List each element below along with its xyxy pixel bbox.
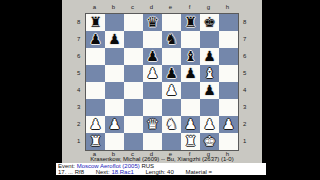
square-g8[interactable]: ♚: [200, 14, 219, 31]
black-pawn-piece[interactable]: ♟: [143, 48, 162, 65]
square-h6[interactable]: [219, 48, 238, 65]
square-h2[interactable]: ♟: [219, 116, 238, 133]
next-label: Next:: [96, 169, 110, 175]
square-c7[interactable]: [124, 31, 143, 48]
square-b1[interactable]: [105, 133, 124, 150]
square-a7[interactable]: ♟: [86, 31, 105, 48]
square-b6[interactable]: [105, 48, 124, 65]
length-label: Length:: [145, 169, 165, 175]
black-pawn-piece[interactable]: ♟: [105, 31, 124, 48]
white-knight-piece[interactable]: ♞: [162, 116, 181, 133]
length-value: 40: [167, 169, 174, 175]
square-h7[interactable]: [219, 31, 238, 48]
rank-label-7: 7: [243, 36, 246, 42]
square-b8[interactable]: [105, 14, 124, 31]
square-e2[interactable]: ♞: [162, 116, 181, 133]
black-queen-piece[interactable]: ♛: [143, 14, 162, 31]
square-c2[interactable]: [124, 116, 143, 133]
square-g7[interactable]: [200, 31, 219, 48]
black-rook-piece[interactable]: ♜: [86, 14, 105, 31]
white-pawn-piece[interactable]: ♟: [219, 116, 238, 133]
square-f1[interactable]: ♜: [181, 133, 200, 150]
square-e4[interactable]: ♟: [162, 82, 181, 99]
square-d8[interactable]: ♛: [143, 14, 162, 31]
next-move[interactable]: 18.Rac1: [111, 169, 133, 175]
square-f5[interactable]: ♟: [181, 65, 200, 82]
file-labels-top: abcdefgh: [85, 4, 239, 10]
square-c1[interactable]: [124, 133, 143, 150]
white-rook-piece[interactable]: ♜: [86, 133, 105, 150]
square-a8[interactable]: ♜: [86, 14, 105, 31]
square-d7[interactable]: [143, 31, 162, 48]
rank-label-6: 6: [243, 53, 246, 59]
square-b5[interactable]: [105, 65, 124, 82]
white-rook-piece[interactable]: ♜: [181, 133, 200, 150]
square-f8[interactable]: ♜: [181, 14, 200, 31]
square-h4[interactable]: [219, 82, 238, 99]
square-d1[interactable]: [143, 133, 162, 150]
white-pawn-piece[interactable]: ♟: [200, 116, 219, 133]
screenshot-root: { "game": "chess", "position": { "fen": …: [0, 0, 320, 180]
square-c5[interactable]: [124, 65, 143, 82]
square-b3[interactable]: [105, 99, 124, 116]
black-pawn-piece[interactable]: ♟: [86, 31, 105, 48]
square-c6[interactable]: [124, 48, 143, 65]
rank-label-3: 3: [243, 104, 246, 110]
square-f6[interactable]: ♝: [181, 48, 200, 65]
rank-label-1: 1: [77, 138, 80, 144]
white-pawn-piece[interactable]: ♟: [105, 116, 124, 133]
black-pawn-piece[interactable]: ♟: [200, 82, 219, 99]
game-info-band: Event: Moscow Aeroflot (2005) RUS 17. ..…: [56, 163, 266, 175]
board: ♜♛♜♚♟♟♞♟♝♟♟♟♟♝♟♟♟♟♛♞♟♟♟♜♜♚: [85, 13, 239, 151]
white-pawn-piece[interactable]: ♟: [143, 65, 162, 82]
square-h8[interactable]: [219, 14, 238, 31]
file-label-a: a: [85, 4, 104, 10]
rank-label-2: 2: [77, 121, 80, 127]
white-bishop-piece[interactable]: ♝: [200, 65, 219, 82]
game-caption: Krasenkow, Michal (2609) -- Bu, Xiangzhi…: [62, 156, 262, 163]
square-c3[interactable]: [124, 99, 143, 116]
square-f2[interactable]: ♟: [181, 116, 200, 133]
square-c8[interactable]: [124, 14, 143, 31]
square-h3[interactable]: [219, 99, 238, 116]
black-king-piece[interactable]: ♚: [200, 14, 219, 31]
file-label-h: h: [218, 4, 237, 10]
square-a3[interactable]: [86, 99, 105, 116]
rank-label-7: 7: [77, 36, 80, 42]
square-b2[interactable]: ♟: [105, 116, 124, 133]
square-a2[interactable]: ♟: [86, 116, 105, 133]
board-panel: abcdefgh 87654321 ♜♛♜♚♟♟♞♟♝♟♟♟♟♝♟♟♟♟♛♞♟♟…: [62, 0, 262, 163]
rank-label-6: 6: [77, 53, 80, 59]
file-label-d: d: [142, 4, 161, 10]
rank-label-5: 5: [77, 70, 80, 76]
black-bishop-piece[interactable]: ♝: [181, 48, 200, 65]
square-a6[interactable]: [86, 48, 105, 65]
file-label-e: e: [161, 4, 180, 10]
rank-label-5: 5: [243, 70, 246, 76]
square-g1[interactable]: ♚: [200, 133, 219, 150]
square-c4[interactable]: [124, 82, 143, 99]
square-d4[interactable]: [143, 82, 162, 99]
rank-labels-left: 87654321: [77, 13, 80, 151]
rank-label-4: 4: [243, 87, 246, 93]
move-played: 17. ... Rf8: [58, 169, 84, 175]
square-e8[interactable]: [162, 14, 181, 31]
square-f4[interactable]: [181, 82, 200, 99]
black-knight-piece[interactable]: ♞: [162, 31, 181, 48]
black-rook-piece[interactable]: ♜: [181, 14, 200, 31]
black-pawn-piece[interactable]: ♟: [162, 65, 181, 82]
square-h5[interactable]: [219, 65, 238, 82]
square-e5[interactable]: ♟: [162, 65, 181, 82]
square-e6[interactable]: [162, 48, 181, 65]
square-d3[interactable]: [143, 99, 162, 116]
rank-label-1: 1: [243, 138, 246, 144]
square-g2[interactable]: ♟: [200, 116, 219, 133]
square-d2[interactable]: ♛: [143, 116, 162, 133]
white-queen-piece[interactable]: ♛: [143, 116, 162, 133]
rank-labels-right: 87654321: [243, 13, 246, 151]
square-d6[interactable]: ♟: [143, 48, 162, 65]
material-label: Material: [185, 169, 206, 175]
square-g5[interactable]: ♝: [200, 65, 219, 82]
square-b7[interactable]: ♟: [105, 31, 124, 48]
square-h1[interactable]: [219, 133, 238, 150]
square-f7[interactable]: [181, 31, 200, 48]
rank-label-8: 8: [77, 19, 80, 25]
square-g4[interactable]: ♟: [200, 82, 219, 99]
rank-label-3: 3: [77, 104, 80, 110]
square-a4[interactable]: [86, 82, 105, 99]
black-pawn-piece[interactable]: ♟: [181, 65, 200, 82]
square-g6[interactable]: ♟: [200, 48, 219, 65]
square-b4[interactable]: [105, 82, 124, 99]
move-line: 17. ... Rf8 Next: 18.Rac1 Length: 40 Mat…: [58, 169, 264, 175]
file-label-c: c: [123, 4, 142, 10]
square-d5[interactable]: ♟: [143, 65, 162, 82]
file-label-g: g: [199, 4, 218, 10]
material-value: =: [208, 169, 212, 175]
rank-label-4: 4: [77, 87, 80, 93]
rank-label-2: 2: [243, 121, 246, 127]
white-king-piece[interactable]: ♚: [200, 133, 219, 150]
black-pawn-piece[interactable]: ♟: [200, 48, 219, 65]
square-a5[interactable]: [86, 65, 105, 82]
white-pawn-piece[interactable]: ♟: [86, 116, 105, 133]
white-pawn-piece[interactable]: ♟: [162, 82, 181, 99]
white-pawn-piece[interactable]: ♟: [181, 116, 200, 133]
file-label-f: f: [180, 4, 199, 10]
rank-label-8: 8: [243, 19, 246, 25]
square-e7[interactable]: ♞: [162, 31, 181, 48]
file-label-b: b: [104, 4, 123, 10]
square-g3[interactable]: [200, 99, 219, 116]
square-e3[interactable]: [162, 99, 181, 116]
square-a1[interactable]: ♜: [86, 133, 105, 150]
square-e1[interactable]: [162, 133, 181, 150]
square-f3[interactable]: [181, 99, 200, 116]
